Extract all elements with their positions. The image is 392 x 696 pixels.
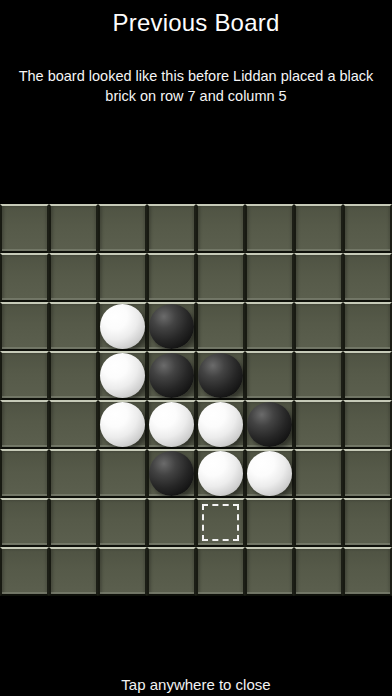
board-cell-r6c7[interactable] bbox=[294, 449, 343, 498]
board-cell-r7c6[interactable] bbox=[245, 498, 294, 547]
board-cell-r2c6[interactable] bbox=[245, 253, 294, 302]
board-cell-r2c8[interactable] bbox=[343, 253, 392, 302]
board-cell-r1c1[interactable] bbox=[0, 204, 49, 253]
black-stone bbox=[149, 304, 194, 349]
board-cell-r3c7[interactable] bbox=[294, 302, 343, 351]
board-cell-r8c7[interactable] bbox=[294, 547, 343, 596]
black-stone bbox=[247, 402, 292, 447]
board-cell-r1c4[interactable] bbox=[147, 204, 196, 253]
board-cell-r3c2[interactable] bbox=[49, 302, 98, 351]
white-stone bbox=[100, 304, 145, 349]
white-stone bbox=[198, 451, 243, 496]
subtitle-line-1: The board looked like this before Liddan… bbox=[0, 66, 392, 86]
board-cell-r7c7[interactable] bbox=[294, 498, 343, 547]
board-cell-r6c8[interactable] bbox=[343, 449, 392, 498]
board-cell-r8c2[interactable] bbox=[49, 547, 98, 596]
board-cell-r7c3[interactable] bbox=[98, 498, 147, 547]
board-cell-r3c6[interactable] bbox=[245, 302, 294, 351]
board-cell-r8c5[interactable] bbox=[196, 547, 245, 596]
board-cell-r1c3[interactable] bbox=[98, 204, 147, 253]
board-cell-r1c7[interactable] bbox=[294, 204, 343, 253]
board-cell-r6c4[interactable] bbox=[147, 449, 196, 498]
board-cell-r2c1[interactable] bbox=[0, 253, 49, 302]
board-cell-r5c5[interactable] bbox=[196, 400, 245, 449]
black-stone bbox=[149, 353, 194, 398]
board-cell-r5c3[interactable] bbox=[98, 400, 147, 449]
board-cell-r4c8[interactable] bbox=[343, 351, 392, 400]
white-stone bbox=[198, 402, 243, 447]
white-stone bbox=[100, 353, 145, 398]
board-cell-r8c3[interactable] bbox=[98, 547, 147, 596]
board-cell-r6c6[interactable] bbox=[245, 449, 294, 498]
black-stone bbox=[198, 353, 243, 398]
board-cell-r5c4[interactable] bbox=[147, 400, 196, 449]
board-cell-r1c6[interactable] bbox=[245, 204, 294, 253]
board-cell-r3c1[interactable] bbox=[0, 302, 49, 351]
board-cell-r5c6[interactable] bbox=[245, 400, 294, 449]
board-cell-r3c3[interactable] bbox=[98, 302, 147, 351]
pending-move-marker bbox=[202, 504, 239, 541]
board-cell-r1c8[interactable] bbox=[343, 204, 392, 253]
tap-to-close-hint: Tap anywhere to close bbox=[0, 676, 392, 693]
previous-board-overlay[interactable]: Previous Board The board looked like thi… bbox=[0, 0, 392, 696]
board-cell-r7c4[interactable] bbox=[147, 498, 196, 547]
board-cell-r5c1[interactable] bbox=[0, 400, 49, 449]
board-cell-r2c2[interactable] bbox=[49, 253, 98, 302]
board-cell-r7c5[interactable] bbox=[196, 498, 245, 547]
page-title: Previous Board bbox=[0, 0, 392, 35]
board-cell-r4c6[interactable] bbox=[245, 351, 294, 400]
board-cell-r4c5[interactable] bbox=[196, 351, 245, 400]
board-cell-r3c5[interactable] bbox=[196, 302, 245, 351]
board-cell-r7c1[interactable] bbox=[0, 498, 49, 547]
board-cell-r5c7[interactable] bbox=[294, 400, 343, 449]
subtitle-line-2: brick on row 7 and column 5 bbox=[0, 86, 392, 106]
board-cell-r7c2[interactable] bbox=[49, 498, 98, 547]
board-cell-r6c3[interactable] bbox=[98, 449, 147, 498]
board-cell-r2c5[interactable] bbox=[196, 253, 245, 302]
board-cell-r5c8[interactable] bbox=[343, 400, 392, 449]
board-cell-r6c5[interactable] bbox=[196, 449, 245, 498]
board-cell-r8c6[interactable] bbox=[245, 547, 294, 596]
board-cell-r5c2[interactable] bbox=[49, 400, 98, 449]
board-cell-r4c4[interactable] bbox=[147, 351, 196, 400]
board-cell-r8c8[interactable] bbox=[343, 547, 392, 596]
board-cell-r8c4[interactable] bbox=[147, 547, 196, 596]
board-cell-r7c8[interactable] bbox=[343, 498, 392, 547]
white-stone bbox=[149, 402, 194, 447]
board-cell-r6c2[interactable] bbox=[49, 449, 98, 498]
board-cell-r4c2[interactable] bbox=[49, 351, 98, 400]
board-cell-r2c7[interactable] bbox=[294, 253, 343, 302]
board-cell-r6c1[interactable] bbox=[0, 449, 49, 498]
board-cell-r4c7[interactable] bbox=[294, 351, 343, 400]
board-cell-r8c1[interactable] bbox=[0, 547, 49, 596]
board-cell-r3c8[interactable] bbox=[343, 302, 392, 351]
board-cell-r2c3[interactable] bbox=[98, 253, 147, 302]
board-cell-r2c4[interactable] bbox=[147, 253, 196, 302]
board-cell-r1c2[interactable] bbox=[49, 204, 98, 253]
black-stone bbox=[149, 451, 194, 496]
board-cell-r4c3[interactable] bbox=[98, 351, 147, 400]
board-cell-r4c1[interactable] bbox=[0, 351, 49, 400]
board-cell-r3c4[interactable] bbox=[147, 302, 196, 351]
white-stone bbox=[100, 402, 145, 447]
white-stone bbox=[247, 451, 292, 496]
subtitle: The board looked like this before Liddan… bbox=[0, 66, 392, 106]
game-board[interactable] bbox=[0, 204, 392, 596]
board-cell-r1c5[interactable] bbox=[196, 204, 245, 253]
